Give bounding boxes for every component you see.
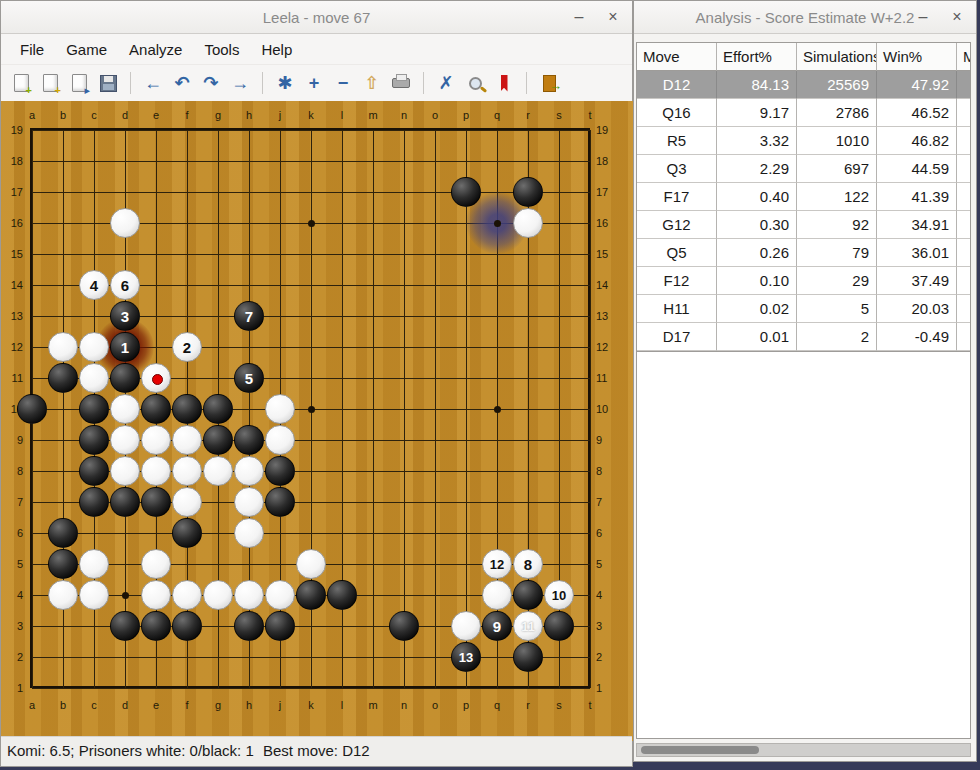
- point-L2[interactable]: [327, 642, 358, 673]
- point-P9[interactable]: [451, 425, 482, 456]
- point-J16[interactable]: [265, 208, 296, 239]
- stone-F3[interactable]: [172, 611, 202, 641]
- point-B13[interactable]: [48, 301, 79, 332]
- stone-D14[interactable]: 6: [110, 270, 140, 300]
- undo-icon[interactable]: ↶: [170, 71, 194, 95]
- point-N16[interactable]: [389, 208, 420, 239]
- point-P15[interactable]: [451, 239, 482, 270]
- point-O18[interactable]: [420, 146, 451, 177]
- stone-B11[interactable]: [48, 363, 78, 393]
- minus-icon[interactable]: −: [331, 71, 355, 95]
- point-O15[interactable]: [420, 239, 451, 270]
- point-L8[interactable]: [327, 456, 358, 487]
- stone-G8[interactable]: [203, 456, 233, 486]
- stone-H9[interactable]: [234, 425, 264, 455]
- stone-C10[interactable]: [79, 394, 109, 424]
- point-J6[interactable]: [265, 518, 296, 549]
- point-S15[interactable]: [544, 239, 575, 270]
- leela-titlebar[interactable]: Leela - move 67 – ×: [1, 1, 632, 34]
- point-L15[interactable]: [327, 239, 358, 270]
- point-B2[interactable]: [48, 642, 79, 673]
- point-C17[interactable]: [79, 177, 110, 208]
- point-E14[interactable]: [141, 270, 172, 301]
- point-H5[interactable]: [234, 549, 265, 580]
- stone-Q3[interactable]: 9: [482, 611, 512, 641]
- point-C13[interactable]: [79, 301, 110, 332]
- minimize-icon[interactable]: –: [570, 1, 588, 33]
- stone-D9[interactable]: [110, 425, 140, 455]
- scrollbar-thumb[interactable]: [641, 746, 759, 754]
- point-E18[interactable]: [141, 146, 172, 177]
- point-Q12[interactable]: [482, 332, 513, 363]
- stone-F7[interactable]: [172, 487, 202, 517]
- point-F14[interactable]: [172, 270, 203, 301]
- point-D2[interactable]: [110, 642, 141, 673]
- stone-E9[interactable]: [141, 425, 171, 455]
- back-arrow-icon[interactable]: ←: [141, 71, 165, 95]
- point-S16[interactable]: [544, 208, 575, 239]
- stone-G9[interactable]: [203, 425, 233, 455]
- stone-E7[interactable]: [141, 487, 171, 517]
- new-document-icon[interactable]: +: [9, 71, 33, 95]
- stone-H11[interactable]: 5: [234, 363, 264, 393]
- point-L12[interactable]: [327, 332, 358, 363]
- point-F11[interactable]: [172, 363, 203, 394]
- stone-H8[interactable]: [234, 456, 264, 486]
- point-B18[interactable]: [48, 146, 79, 177]
- point-Q6[interactable]: [482, 518, 513, 549]
- point-G7[interactable]: [203, 487, 234, 518]
- stone-E8[interactable]: [141, 456, 171, 486]
- point-S11[interactable]: [544, 363, 575, 394]
- point-C3[interactable]: [79, 611, 110, 642]
- point-G3[interactable]: [203, 611, 234, 642]
- point-M2[interactable]: [358, 642, 389, 673]
- stone-J9[interactable]: [265, 425, 295, 455]
- menu-file[interactable]: File: [9, 37, 55, 62]
- point-Q13[interactable]: [482, 301, 513, 332]
- point-K15[interactable]: [296, 239, 327, 270]
- point-G6[interactable]: [203, 518, 234, 549]
- red-bookmark-icon[interactable]: [492, 71, 516, 95]
- point-P5[interactable]: [451, 549, 482, 580]
- point-D18[interactable]: [110, 146, 141, 177]
- point-F16[interactable]: [172, 208, 203, 239]
- point-L18[interactable]: [327, 146, 358, 177]
- point-M16[interactable]: [358, 208, 389, 239]
- point-G16[interactable]: [203, 208, 234, 239]
- analysis-row-F17[interactable]: F170.4012241.39: [637, 183, 970, 211]
- point-S6[interactable]: [544, 518, 575, 549]
- stone-H6[interactable]: [234, 518, 264, 548]
- stone-Q4[interactable]: [482, 580, 512, 610]
- stone-C9[interactable]: [79, 425, 109, 455]
- stone-S4[interactable]: 10: [544, 580, 574, 610]
- point-B14[interactable]: [48, 270, 79, 301]
- point-N13[interactable]: [389, 301, 420, 332]
- stone-R2[interactable]: [513, 642, 543, 672]
- point-J13[interactable]: [265, 301, 296, 332]
- point-F5[interactable]: [172, 549, 203, 580]
- point-N7[interactable]: [389, 487, 420, 518]
- point-L6[interactable]: [327, 518, 358, 549]
- stone-R16[interactable]: [513, 208, 543, 238]
- point-M8[interactable]: [358, 456, 389, 487]
- point-G18[interactable]: [203, 146, 234, 177]
- point-N18[interactable]: [389, 146, 420, 177]
- point-Q9[interactable]: [482, 425, 513, 456]
- analysis-row-R5[interactable]: R53.32101046.82: [637, 127, 970, 155]
- stone-J7[interactable]: [265, 487, 295, 517]
- analysis-row-Q16[interactable]: Q169.17278646.52: [637, 99, 970, 127]
- stone-P17[interactable]: [451, 177, 481, 207]
- stone-D10[interactable]: [110, 394, 140, 424]
- stone-D7[interactable]: [110, 487, 140, 517]
- point-R14[interactable]: [513, 270, 544, 301]
- analysis-row-D12[interactable]: D1284.132556947.92: [637, 71, 970, 99]
- point-H12[interactable]: [234, 332, 265, 363]
- stone-F6[interactable]: [172, 518, 202, 548]
- point-K3[interactable]: [296, 611, 327, 642]
- stone-J8[interactable]: [265, 456, 295, 486]
- point-K11[interactable]: [296, 363, 327, 394]
- stone-E3[interactable]: [141, 611, 171, 641]
- new-variation-icon[interactable]: +: [38, 71, 62, 95]
- point-H18[interactable]: [234, 146, 265, 177]
- point-P12[interactable]: [451, 332, 482, 363]
- point-H14[interactable]: [234, 270, 265, 301]
- menu-game[interactable]: Game: [55, 37, 118, 62]
- stone-D8[interactable]: [110, 456, 140, 486]
- column-header-m[interactable]: M: [957, 43, 970, 71]
- point-M17[interactable]: [358, 177, 389, 208]
- point-J12[interactable]: [265, 332, 296, 363]
- point-L13[interactable]: [327, 301, 358, 332]
- column-header-win[interactable]: Win%: [877, 43, 957, 71]
- stone-J4[interactable]: [265, 580, 295, 610]
- point-M9[interactable]: [358, 425, 389, 456]
- point-S9[interactable]: [544, 425, 575, 456]
- point-P13[interactable]: [451, 301, 482, 332]
- stone-E10[interactable]: [141, 394, 171, 424]
- analysis-titlebar[interactable]: Analysis - Score Estimate W+2.2 – ×: [634, 1, 976, 34]
- point-M15[interactable]: [358, 239, 389, 270]
- point-H15[interactable]: [234, 239, 265, 270]
- stone-K5[interactable]: [296, 549, 326, 579]
- point-H10[interactable]: [234, 394, 265, 425]
- point-Q2[interactable]: [482, 642, 513, 673]
- point-R18[interactable]: [513, 146, 544, 177]
- point-O14[interactable]: [420, 270, 451, 301]
- point-K7[interactable]: [296, 487, 327, 518]
- stone-D3[interactable]: [110, 611, 140, 641]
- point-R13[interactable]: [513, 301, 544, 332]
- point-B10[interactable]: [48, 394, 79, 425]
- point-K9[interactable]: [296, 425, 327, 456]
- point-O11[interactable]: [420, 363, 451, 394]
- stone-R3[interactable]: 11: [513, 611, 543, 641]
- analysis-row-G12[interactable]: G120.309234.91: [637, 211, 970, 239]
- point-J18[interactable]: [265, 146, 296, 177]
- stone-C12[interactable]: [79, 332, 109, 362]
- point-P4[interactable]: [451, 580, 482, 611]
- point-O9[interactable]: [420, 425, 451, 456]
- point-N17[interactable]: [389, 177, 420, 208]
- point-O3[interactable]: [420, 611, 451, 642]
- stone-E5[interactable]: [141, 549, 171, 579]
- stone-F9[interactable]: [172, 425, 202, 455]
- point-K17[interactable]: [296, 177, 327, 208]
- point-S13[interactable]: [544, 301, 575, 332]
- point-L7[interactable]: [327, 487, 358, 518]
- column-header-simulations[interactable]: Simulations: [797, 43, 877, 71]
- stone-G10[interactable]: [203, 394, 233, 424]
- point-F13[interactable]: [172, 301, 203, 332]
- point-S7[interactable]: [544, 487, 575, 518]
- point-M3[interactable]: [358, 611, 389, 642]
- stone-B5[interactable]: [48, 549, 78, 579]
- point-C2[interactable]: [79, 642, 110, 673]
- stone-D13[interactable]: 3: [110, 301, 140, 331]
- point-R9[interactable]: [513, 425, 544, 456]
- point-N12[interactable]: [389, 332, 420, 363]
- point-O8[interactable]: [420, 456, 451, 487]
- horizontal-scrollbar[interactable]: [636, 743, 971, 757]
- stone-K4[interactable]: [296, 580, 326, 610]
- point-M7[interactable]: [358, 487, 389, 518]
- point-Q18[interactable]: [482, 146, 513, 177]
- point-J14[interactable]: [265, 270, 296, 301]
- point-M5[interactable]: [358, 549, 389, 580]
- point-G2[interactable]: [203, 642, 234, 673]
- point-L16[interactable]: [327, 208, 358, 239]
- stone-C8[interactable]: [79, 456, 109, 486]
- point-H16[interactable]: [234, 208, 265, 239]
- point-E16[interactable]: [141, 208, 172, 239]
- forward-arrow-icon[interactable]: →: [228, 71, 252, 95]
- point-D5[interactable]: [110, 549, 141, 580]
- point-S8[interactable]: [544, 456, 575, 487]
- point-N10[interactable]: [389, 394, 420, 425]
- point-O2[interactable]: [420, 642, 451, 673]
- stone-C5[interactable]: [79, 549, 109, 579]
- point-R7[interactable]: [513, 487, 544, 518]
- point-E17[interactable]: [141, 177, 172, 208]
- point-M14[interactable]: [358, 270, 389, 301]
- stone-R4[interactable]: [513, 580, 543, 610]
- point-D6[interactable]: [110, 518, 141, 549]
- point-N14[interactable]: [389, 270, 420, 301]
- point-R11[interactable]: [513, 363, 544, 394]
- point-Q17[interactable]: [482, 177, 513, 208]
- point-E15[interactable]: [141, 239, 172, 270]
- close-icon[interactable]: ×: [948, 1, 966, 33]
- point-J2[interactable]: [265, 642, 296, 673]
- stone-C7[interactable]: [79, 487, 109, 517]
- up-arrow-icon[interactable]: ⇧: [360, 71, 384, 95]
- point-S5[interactable]: [544, 549, 575, 580]
- stone-H7[interactable]: [234, 487, 264, 517]
- stone-F4[interactable]: [172, 580, 202, 610]
- point-O13[interactable]: [420, 301, 451, 332]
- point-K14[interactable]: [296, 270, 327, 301]
- point-K6[interactable]: [296, 518, 327, 549]
- point-R6[interactable]: [513, 518, 544, 549]
- point-L5[interactable]: [327, 549, 358, 580]
- stone-J3[interactable]: [265, 611, 295, 641]
- point-N5[interactable]: [389, 549, 420, 580]
- x-icon[interactable]: ✗: [434, 71, 458, 95]
- column-header-effort[interactable]: Effort%: [717, 43, 797, 71]
- stone-B4[interactable]: [48, 580, 78, 610]
- stone-H4[interactable]: [234, 580, 264, 610]
- point-S12[interactable]: [544, 332, 575, 363]
- point-K2[interactable]: [296, 642, 327, 673]
- menu-tools[interactable]: Tools: [193, 37, 250, 62]
- stone-H13[interactable]: 7: [234, 301, 264, 331]
- stone-J10[interactable]: [265, 394, 295, 424]
- point-C15[interactable]: [79, 239, 110, 270]
- point-P16[interactable]: [451, 208, 482, 239]
- point-L11[interactable]: [327, 363, 358, 394]
- column-header-move[interactable]: Move: [637, 43, 717, 71]
- exit-door-icon[interactable]: →: [537, 71, 561, 95]
- point-G11[interactable]: [203, 363, 234, 394]
- stone-F12[interactable]: 2: [172, 332, 202, 362]
- stone-R17[interactable]: [513, 177, 543, 207]
- point-B17[interactable]: [48, 177, 79, 208]
- stone-C14[interactable]: 4: [79, 270, 109, 300]
- analysis-row-D17[interactable]: D170.012-0.49: [637, 323, 970, 351]
- point-F15[interactable]: [172, 239, 203, 270]
- minimize-icon[interactable]: –: [914, 1, 932, 33]
- point-O10[interactable]: [420, 394, 451, 425]
- menu-analyze[interactable]: Analyze: [118, 37, 193, 62]
- point-E13[interactable]: [141, 301, 172, 332]
- point-E2[interactable]: [141, 642, 172, 673]
- point-F18[interactable]: [172, 146, 203, 177]
- redo-icon[interactable]: ↷: [199, 71, 223, 95]
- point-N8[interactable]: [389, 456, 420, 487]
- point-K13[interactable]: [296, 301, 327, 332]
- point-P18[interactable]: [451, 146, 482, 177]
- stone-H3[interactable]: [234, 611, 264, 641]
- point-C16[interactable]: [79, 208, 110, 239]
- gear-document-icon[interactable]: ✱: [273, 71, 297, 95]
- analysis-row-Q5[interactable]: Q50.267936.01: [637, 239, 970, 267]
- point-G13[interactable]: [203, 301, 234, 332]
- point-N9[interactable]: [389, 425, 420, 456]
- point-L17[interactable]: [327, 177, 358, 208]
- stone-S3[interactable]: [544, 611, 574, 641]
- stone-N3[interactable]: [389, 611, 419, 641]
- stone-C11[interactable]: [79, 363, 109, 393]
- point-E6[interactable]: [141, 518, 172, 549]
- point-M12[interactable]: [358, 332, 389, 363]
- stone-Q5[interactable]: 12: [482, 549, 512, 579]
- point-B3[interactable]: [48, 611, 79, 642]
- point-G17[interactable]: [203, 177, 234, 208]
- point-B9[interactable]: [48, 425, 79, 456]
- point-G15[interactable]: [203, 239, 234, 270]
- point-O17[interactable]: [420, 177, 451, 208]
- point-M10[interactable]: [358, 394, 389, 425]
- close-icon[interactable]: ×: [604, 1, 622, 33]
- point-R8[interactable]: [513, 456, 544, 487]
- stone-B12[interactable]: [48, 332, 78, 362]
- point-P11[interactable]: [451, 363, 482, 394]
- plus-icon[interactable]: +: [302, 71, 326, 95]
- point-M6[interactable]: [358, 518, 389, 549]
- stone-G4[interactable]: [203, 580, 233, 610]
- stone-D12[interactable]: 1: [110, 332, 140, 362]
- point-D17[interactable]: [110, 177, 141, 208]
- point-L14[interactable]: [327, 270, 358, 301]
- point-P7[interactable]: [451, 487, 482, 518]
- stone-D11[interactable]: [110, 363, 140, 393]
- point-G5[interactable]: [203, 549, 234, 580]
- point-F2[interactable]: [172, 642, 203, 673]
- point-O6[interactable]: [420, 518, 451, 549]
- point-K8[interactable]: [296, 456, 327, 487]
- point-J5[interactable]: [265, 549, 296, 580]
- point-O5[interactable]: [420, 549, 451, 580]
- point-K12[interactable]: [296, 332, 327, 363]
- point-N6[interactable]: [389, 518, 420, 549]
- stone-E11[interactable]: [141, 363, 171, 393]
- point-S17[interactable]: [544, 177, 575, 208]
- point-N15[interactable]: [389, 239, 420, 270]
- point-S10[interactable]: [544, 394, 575, 425]
- point-L3[interactable]: [327, 611, 358, 642]
- analysis-row-F12[interactable]: F120.102937.49: [637, 267, 970, 295]
- point-B7[interactable]: [48, 487, 79, 518]
- point-S18[interactable]: [544, 146, 575, 177]
- point-C6[interactable]: [79, 518, 110, 549]
- point-J17[interactable]: [265, 177, 296, 208]
- stone-L4[interactable]: [327, 580, 357, 610]
- point-O12[interactable]: [420, 332, 451, 363]
- point-P8[interactable]: [451, 456, 482, 487]
- point-J11[interactable]: [265, 363, 296, 394]
- point-O4[interactable]: [420, 580, 451, 611]
- point-L9[interactable]: [327, 425, 358, 456]
- point-L10[interactable]: [327, 394, 358, 425]
- stone-D16[interactable]: [110, 208, 140, 238]
- point-B8[interactable]: [48, 456, 79, 487]
- printer-icon[interactable]: [389, 71, 413, 95]
- point-D15[interactable]: [110, 239, 141, 270]
- point-M13[interactable]: [358, 301, 389, 332]
- point-H2[interactable]: [234, 642, 265, 673]
- point-P6[interactable]: [451, 518, 482, 549]
- point-Q15[interactable]: [482, 239, 513, 270]
- stone-P3[interactable]: [451, 611, 481, 641]
- point-K18[interactable]: [296, 146, 327, 177]
- stone-B6[interactable]: [48, 518, 78, 548]
- save-icon[interactable]: [96, 71, 120, 95]
- point-N2[interactable]: [389, 642, 420, 673]
- point-G12[interactable]: [203, 332, 234, 363]
- analysis-row-Q3[interactable]: Q32.2969744.59: [637, 155, 970, 183]
- point-J15[interactable]: [265, 239, 296, 270]
- magnifier-icon[interactable]: [463, 71, 487, 95]
- stone-F10[interactable]: [172, 394, 202, 424]
- point-P14[interactable]: [451, 270, 482, 301]
- point-E12[interactable]: [141, 332, 172, 363]
- point-C18[interactable]: [79, 146, 110, 177]
- point-S14[interactable]: [544, 270, 575, 301]
